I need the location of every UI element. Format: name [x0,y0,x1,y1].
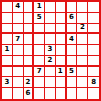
sudoku-given-cell-r2c4: 5 [34,13,45,24]
sudoku-given-cell-r3c8: 2 [77,24,88,35]
sudoku-empty-cell-r8c7[interactable] [67,77,78,88]
sudoku-given-cell-r7c6: 1 [56,67,67,78]
sudoku-empty-cell-r1c9[interactable] [88,2,99,13]
sudoku-given-cell-r2c7: 6 [67,13,78,24]
sudoku-given-cell-r4c2: 7 [13,34,24,45]
sudoku-given-cell-r1c2: 4 [13,2,24,13]
sudoku-empty-cell-r9c8[interactable] [77,88,88,99]
sudoku-empty-cell-r9c5[interactable] [45,88,56,99]
sudoku-empty-cell-r4c9[interactable] [88,34,99,45]
sudoku-empty-cell-r5c4[interactable] [34,45,45,56]
sudoku-empty-cell-r3c4[interactable] [34,24,45,35]
sudoku-empty-cell-r6c8[interactable] [77,56,88,67]
sudoku-empty-cell-r9c1[interactable] [2,88,13,99]
sudoku-given-cell-r8c9: 8 [88,77,99,88]
sudoku-empty-cell-r4c8[interactable] [77,34,88,45]
sudoku-empty-cell-r9c4[interactable] [34,88,45,99]
sudoku-empty-cell-r5c8[interactable] [77,45,88,56]
sudoku-empty-cell-r5c6[interactable] [56,45,67,56]
sudoku-empty-cell-r1c5[interactable] [45,2,56,13]
sudoku-empty-cell-r2c5[interactable] [45,13,56,24]
sudoku-empty-cell-r1c6[interactable] [56,2,67,13]
sudoku-empty-cell-r3c3[interactable] [24,24,35,35]
sudoku-empty-cell-r7c9[interactable] [88,67,99,78]
sudoku-empty-cell-r5c3[interactable] [24,45,35,56]
sudoku-empty-cell-r2c8[interactable] [77,13,88,24]
sudoku-empty-cell-r7c5[interactable] [45,67,56,78]
sudoku-empty-cell-r4c4[interactable] [34,34,45,45]
sudoku-empty-cell-r6c3[interactable] [24,56,35,67]
sudoku-empty-cell-r8c8[interactable] [77,77,88,88]
sudoku-empty-cell-r3c5[interactable] [45,24,56,35]
sudoku-empty-cell-r3c2[interactable] [13,24,24,35]
sudoku-given-cell-r7c4: 7 [34,67,45,78]
sudoku-given-cell-r5c5: 3 [45,45,56,56]
sudoku-empty-cell-r9c7[interactable] [67,88,78,99]
sudoku-given-cell-r8c3: 2 [24,77,35,88]
sudoku-empty-cell-r2c1[interactable] [2,13,13,24]
sudoku-empty-cell-r6c7[interactable] [67,56,78,67]
sudoku-empty-cell-r6c9[interactable] [88,56,99,67]
sudoku-empty-cell-r1c7[interactable] [67,2,78,13]
sudoku-empty-cell-r4c5[interactable] [45,34,56,45]
sudoku-empty-cell-r9c6[interactable] [56,88,67,99]
sudoku-empty-cell-r2c9[interactable] [88,13,99,24]
sudoku-empty-cell-r6c1[interactable] [2,56,13,67]
sudoku-given-cell-r8c1: 3 [2,77,13,88]
sudoku-given-cell-r9c3: 6 [24,88,35,99]
sudoku-empty-cell-r8c6[interactable] [56,77,67,88]
sudoku-empty-cell-r6c2[interactable] [13,56,24,67]
sudoku-given-cell-r6c5: 2 [45,56,56,67]
sudoku-empty-cell-r3c1[interactable] [2,24,13,35]
sudoku-empty-cell-r1c8[interactable] [77,2,88,13]
sudoku-empty-cell-r6c6[interactable] [56,56,67,67]
sudoku-empty-cell-r3c9[interactable] [88,24,99,35]
sudoku-board: 41562741327153286 [0,0,101,101]
sudoku-empty-cell-r4c6[interactable] [56,34,67,45]
sudoku-empty-cell-r3c7[interactable] [67,24,78,35]
sudoku-given-cell-r5c1: 1 [2,45,13,56]
sudoku-empty-cell-r3c6[interactable] [56,24,67,35]
sudoku-given-cell-r4c7: 4 [67,34,78,45]
sudoku-given-cell-r7c7: 5 [67,67,78,78]
sudoku-empty-cell-r2c2[interactable] [13,13,24,24]
sudoku-empty-cell-r9c2[interactable] [13,88,24,99]
sudoku-empty-cell-r1c3[interactable] [24,2,35,13]
sudoku-empty-cell-r5c9[interactable] [88,45,99,56]
sudoku-empty-cell-r4c1[interactable] [2,34,13,45]
sudoku-empty-cell-r7c2[interactable] [13,67,24,78]
sudoku-empty-cell-r7c1[interactable] [2,67,13,78]
sudoku-empty-cell-r8c5[interactable] [45,77,56,88]
sudoku-empty-cell-r7c8[interactable] [77,67,88,78]
sudoku-empty-cell-r4c3[interactable] [24,34,35,45]
sudoku-empty-cell-r1c1[interactable] [2,2,13,13]
sudoku-empty-cell-r2c6[interactable] [56,13,67,24]
sudoku-empty-cell-r8c4[interactable] [34,77,45,88]
sudoku-empty-cell-r7c3[interactable] [24,67,35,78]
sudoku-empty-cell-r2c3[interactable] [24,13,35,24]
sudoku-empty-cell-r5c7[interactable] [67,45,78,56]
sudoku-empty-cell-r8c2[interactable] [13,77,24,88]
sudoku-empty-cell-r6c4[interactable] [34,56,45,67]
sudoku-empty-cell-r9c9[interactable] [88,88,99,99]
sudoku-empty-cell-r5c2[interactable] [13,45,24,56]
sudoku-given-cell-r1c4: 1 [34,2,45,13]
